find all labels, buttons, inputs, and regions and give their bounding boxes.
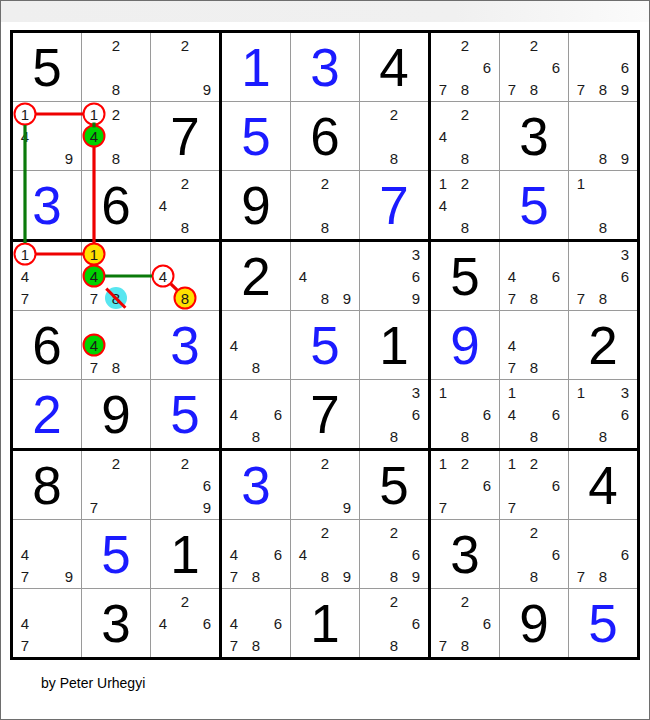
candidate-1 <box>501 521 523 543</box>
cell-r7c6[interactable]: 5 <box>360 451 428 519</box>
candidate-7: 7 <box>570 287 592 309</box>
candidate-9 <box>476 425 498 447</box>
candidate-3 <box>476 452 498 474</box>
candidate-1 <box>152 590 174 612</box>
candidate-grid: 2689 <box>361 521 427 587</box>
candidate-4 <box>83 474 105 496</box>
cell-r9c6[interactable]: 268 <box>360 589 428 657</box>
candidate-4: 4 <box>432 125 454 147</box>
candidate-6: 6 <box>614 403 636 425</box>
cell-r9c7[interactable]: 2678 <box>431 589 499 657</box>
cell-r5c3[interactable]: 3 <box>151 311 219 379</box>
candidate-6 <box>196 265 218 287</box>
cell-r8c5[interactable]: 2489 <box>291 520 359 588</box>
candidate-1: 1 <box>14 243 36 265</box>
candidate-8: 8 <box>523 356 545 378</box>
candidate-1 <box>223 381 245 403</box>
cell-r5c9[interactable]: 2 <box>569 311 637 379</box>
candidate-7: 7 <box>432 78 454 100</box>
cell-r9c4[interactable]: 4678 <box>222 589 290 657</box>
candidate-5 <box>383 612 405 634</box>
cell-r1c2[interactable]: 28 <box>82 33 150 101</box>
candidate-9 <box>267 425 289 447</box>
candidate-7: 7 <box>570 78 592 100</box>
candidate-2 <box>245 590 267 612</box>
candidate-grid: 368 <box>361 381 427 447</box>
cell-r9c1[interactable]: 47 <box>13 589 81 657</box>
candidate-5 <box>454 403 476 425</box>
candidate-1 <box>501 34 523 56</box>
candidate-grid: 2678 <box>501 34 567 100</box>
candidate-4 <box>361 612 383 634</box>
cell-r7c5[interactable]: 29 <box>291 451 359 519</box>
cell-r5c2[interactable]: 478 <box>82 311 150 379</box>
candidate-5 <box>245 612 267 634</box>
candidate-1 <box>361 103 383 125</box>
cell-r9c3[interactable]: 246 <box>151 589 219 657</box>
candidate-8: 8 <box>592 287 614 309</box>
candidate-8 <box>454 496 476 518</box>
candidate-2: 2 <box>314 521 336 543</box>
candidate-4 <box>501 543 523 565</box>
candidate-5 <box>383 403 405 425</box>
candidate-3: 3 <box>405 381 427 403</box>
digit-entered: 3 <box>151 311 219 379</box>
candidate-4 <box>292 194 314 216</box>
candidate-2 <box>523 312 545 334</box>
candidate-2: 2 <box>523 521 545 543</box>
candidate-9: 9 <box>405 287 427 309</box>
cell-r6c7[interactable]: 168 <box>431 380 499 448</box>
candidate-4 <box>570 56 592 78</box>
candidate-5 <box>383 265 405 287</box>
candidate-6: 6 <box>476 56 498 78</box>
candidate-9 <box>127 287 149 309</box>
candidate-1: 1 <box>83 243 105 265</box>
candidate-9 <box>196 216 218 238</box>
candidate-3 <box>614 103 636 125</box>
candidate-7 <box>292 496 314 518</box>
window-top-band <box>1 1 649 22</box>
candidate-9 <box>614 565 636 587</box>
digit-given: 9 <box>222 171 290 239</box>
candidate-2: 2 <box>314 452 336 474</box>
candidate-grid: 269 <box>152 452 218 518</box>
candidate-2 <box>523 243 545 265</box>
candidate-8: 8 <box>383 565 405 587</box>
candidate-2: 2 <box>383 103 405 125</box>
cell-r2c2[interactable]: 1248 <box>82 102 150 170</box>
candidate-4 <box>501 56 523 78</box>
candidate-3 <box>127 452 149 474</box>
candidate-grid: 1267 <box>432 452 498 518</box>
cell-r2c9[interactable]: 89 <box>569 102 637 170</box>
candidate-6 <box>336 543 358 565</box>
candidate-1 <box>570 243 592 265</box>
candidate-5 <box>174 474 196 496</box>
candidate-grid: 1368 <box>570 381 636 447</box>
candidate-2 <box>245 521 267 543</box>
candidate-2 <box>314 243 336 265</box>
candidate-8 <box>36 147 58 169</box>
candidate-3 <box>196 243 218 265</box>
candidate-grid: 47 <box>14 590 80 656</box>
cell-r5c1[interactable]: 6 <box>13 311 81 379</box>
digit-given: 4 <box>360 33 428 101</box>
cell-r7c1[interactable]: 8 <box>13 451 81 519</box>
candidate-2: 2 <box>454 590 476 612</box>
candidate-1: 1 <box>432 381 454 403</box>
candidate-3 <box>127 243 149 265</box>
digit-given: 9 <box>500 589 568 657</box>
candidate-8: 8 <box>105 287 127 309</box>
candidate-3 <box>614 172 636 194</box>
cell-r3c6[interactable]: 7 <box>360 171 428 239</box>
digit-given: 5 <box>13 33 81 101</box>
cell-r8c4[interactable]: 4678 <box>222 520 290 588</box>
candidate-1: 1 <box>501 381 523 403</box>
candidate-6 <box>127 125 149 147</box>
candidate-2: 2 <box>454 103 476 125</box>
candidate-6 <box>614 194 636 216</box>
cell-r7c3[interactable]: 269 <box>151 451 219 519</box>
candidate-5 <box>592 194 614 216</box>
candidate-grid: 29 <box>152 34 218 100</box>
candidate-2: 2 <box>174 172 196 194</box>
cell-r6c3[interactable]: 5 <box>151 380 219 448</box>
candidate-9 <box>127 356 149 378</box>
candidate-9 <box>127 147 149 169</box>
candidate-grid: 4678 <box>501 243 567 309</box>
cell-r9c5[interactable]: 1 <box>291 589 359 657</box>
cell-r9c9[interactable]: 5 <box>569 589 637 657</box>
cell-r2c7[interactable]: 248 <box>431 102 499 170</box>
candidate-6 <box>196 194 218 216</box>
candidate-4 <box>432 56 454 78</box>
candidate-2 <box>592 381 614 403</box>
candidate-grid: 1267 <box>501 452 567 518</box>
candidate-4: 4 <box>14 265 36 287</box>
candidate-1 <box>152 172 174 194</box>
cell-r9c2[interactable]: 3 <box>82 589 150 657</box>
candidate-1 <box>292 172 314 194</box>
candidate-8 <box>105 496 127 518</box>
candidate-grid: 1248 <box>83 103 149 169</box>
cell-r4c4[interactable]: 2 <box>222 242 290 310</box>
candidate-9: 9 <box>614 147 636 169</box>
cell-r5c7[interactable]: 9 <box>431 311 499 379</box>
candidate-grid: 147 <box>14 243 80 309</box>
candidate-9 <box>127 496 149 518</box>
cell-r4c9[interactable]: 3678 <box>569 242 637 310</box>
candidate-4 <box>361 403 383 425</box>
sudoku-grid: 5282913426782678678914912487562824838936… <box>10 30 640 660</box>
cell-r7c4[interactable]: 3 <box>222 451 290 519</box>
cell-r1c3[interactable]: 29 <box>151 33 219 101</box>
candidate-6 <box>58 543 80 565</box>
cell-r2c3[interactable]: 7 <box>151 102 219 170</box>
candidate-2 <box>592 172 614 194</box>
digit-given: 2 <box>569 311 637 379</box>
candidate-1 <box>361 590 383 612</box>
candidate-3 <box>336 243 358 265</box>
cell-r7c7[interactable]: 1267 <box>431 451 499 519</box>
candidate-7 <box>361 147 383 169</box>
cell-r1c5[interactable]: 3 <box>291 33 359 101</box>
candidate-5 <box>383 543 405 565</box>
cell-r2c6[interactable]: 28 <box>360 102 428 170</box>
cell-r2c8[interactable]: 3 <box>500 102 568 170</box>
cell-r5c4[interactable]: 48 <box>222 311 290 379</box>
candidate-1 <box>152 34 174 56</box>
candidate-4: 4 <box>223 403 245 425</box>
candidate-1 <box>14 521 36 543</box>
candidate-grid: 28 <box>361 103 427 169</box>
candidate-3 <box>267 381 289 403</box>
candidate-1 <box>432 103 454 125</box>
candidate-5 <box>245 403 267 425</box>
candidate-4 <box>570 265 592 287</box>
candidate-9: 9 <box>336 287 358 309</box>
candidate-9: 9 <box>196 78 218 100</box>
cell-r5c5[interactable]: 5 <box>291 311 359 379</box>
candidate-8: 8 <box>245 425 267 447</box>
candidate-9 <box>545 287 567 309</box>
digit-given: 5 <box>431 242 499 310</box>
candidate-6: 6 <box>196 474 218 496</box>
cell-r3c4[interactable]: 9 <box>222 171 290 239</box>
candidate-grid: 1468 <box>501 381 567 447</box>
cell-r8c2[interactable]: 5 <box>82 520 150 588</box>
candidate-9 <box>196 634 218 656</box>
digit-given: 9 <box>82 380 150 448</box>
candidate-grid: 6789 <box>570 34 636 100</box>
cell-r7c2[interactable]: 27 <box>82 451 150 519</box>
cell-r1c8[interactable]: 2678 <box>500 33 568 101</box>
cell-r2c5[interactable]: 6 <box>291 102 359 170</box>
candidate-2 <box>245 312 267 334</box>
cell-r8c6[interactable]: 2689 <box>360 520 428 588</box>
candidate-3 <box>476 103 498 125</box>
digit-given: 6 <box>291 102 359 170</box>
candidate-3 <box>545 452 567 474</box>
cell-r7c8[interactable]: 1267 <box>500 451 568 519</box>
candidate-3 <box>127 312 149 334</box>
cell-r8c8[interactable]: 268 <box>500 520 568 588</box>
cell-r4c2[interactable]: 1478 <box>82 242 150 310</box>
cell-r8c9[interactable]: 678 <box>569 520 637 588</box>
candidate-5 <box>454 612 476 634</box>
cell-r6c9[interactable]: 1368 <box>569 380 637 448</box>
cell-r3c3[interactable]: 248 <box>151 171 219 239</box>
cell-r5c8[interactable]: 478 <box>500 311 568 379</box>
candidate-3 <box>336 452 358 474</box>
candidate-2 <box>36 243 58 265</box>
cell-r4c3[interactable]: 48 <box>151 242 219 310</box>
cell-r9c8[interactable]: 9 <box>500 589 568 657</box>
candidate-3 <box>127 34 149 56</box>
candidate-6: 6 <box>545 543 567 565</box>
candidate-7 <box>432 147 454 169</box>
candidate-5 <box>523 474 545 496</box>
cell-r1c4[interactable]: 1 <box>222 33 290 101</box>
candidate-9 <box>405 634 427 656</box>
candidate-6 <box>476 125 498 147</box>
cell-r3c7[interactable]: 1248 <box>431 171 499 239</box>
digit-entered: 5 <box>222 102 290 170</box>
candidate-7 <box>152 496 174 518</box>
candidate-8 <box>383 287 405 309</box>
candidate-3 <box>476 172 498 194</box>
candidate-9: 9 <box>58 147 80 169</box>
candidate-7 <box>292 565 314 587</box>
candidate-3 <box>405 103 427 125</box>
cell-r8c1[interactable]: 479 <box>13 520 81 588</box>
digit-given: 1 <box>360 311 428 379</box>
candidate-5 <box>245 543 267 565</box>
candidate-4 <box>83 56 105 78</box>
cell-r3c1[interactable]: 3 <box>13 171 81 239</box>
candidate-6 <box>545 334 567 356</box>
candidate-2 <box>36 590 58 612</box>
candidate-4 <box>570 125 592 147</box>
candidate-8: 8 <box>245 565 267 587</box>
candidate-7: 7 <box>432 634 454 656</box>
cell-r6c5[interactable]: 7 <box>291 380 359 448</box>
candidate-9 <box>58 287 80 309</box>
candidate-1: 1 <box>570 381 592 403</box>
candidate-2 <box>245 381 267 403</box>
candidate-1 <box>292 243 314 265</box>
cell-r3c9[interactable]: 18 <box>569 171 637 239</box>
candidate-7 <box>570 216 592 238</box>
cell-r3c8[interactable]: 5 <box>500 171 568 239</box>
candidate-3 <box>545 521 567 543</box>
candidate-1: 1 <box>432 172 454 194</box>
cell-r1c9[interactable]: 6789 <box>569 33 637 101</box>
cell-r2c1[interactable]: 149 <box>13 102 81 170</box>
cell-r1c7[interactable]: 2678 <box>431 33 499 101</box>
candidate-1 <box>223 312 245 334</box>
candidate-8: 8 <box>383 425 405 447</box>
digit-given: 5 <box>360 451 428 519</box>
candidate-grid: 27 <box>83 452 149 518</box>
candidate-grid: 248 <box>152 172 218 238</box>
candidate-7: 7 <box>432 496 454 518</box>
candidate-7 <box>432 216 454 238</box>
candidate-4: 4 <box>14 612 36 634</box>
cell-r4c6[interactable]: 369 <box>360 242 428 310</box>
candidate-8: 8 <box>523 565 545 587</box>
cell-r6c6[interactable]: 368 <box>360 380 428 448</box>
candidate-8: 8 <box>454 634 476 656</box>
digit-entered: 5 <box>151 380 219 448</box>
cell-r7c9[interactable]: 4 <box>569 451 637 519</box>
candidate-7: 7 <box>83 356 105 378</box>
candidate-6: 6 <box>476 474 498 496</box>
candidate-grid: 29 <box>292 452 358 518</box>
candidate-4: 4 <box>223 334 245 356</box>
candidate-6: 6 <box>545 403 567 425</box>
candidate-grid: 28 <box>83 34 149 100</box>
candidate-grid: 149 <box>14 103 80 169</box>
cell-r1c1[interactable]: 5 <box>13 33 81 101</box>
candidate-2: 2 <box>383 521 405 543</box>
candidate-4 <box>361 543 383 565</box>
candidate-3 <box>614 521 636 543</box>
cell-r5c6[interactable]: 1 <box>360 311 428 379</box>
cell-r6c8[interactable]: 1468 <box>500 380 568 448</box>
candidate-7: 7 <box>14 565 36 587</box>
cell-r6c1[interactable]: 2 <box>13 380 81 448</box>
candidate-3 <box>476 381 498 403</box>
candidate-1: 1 <box>14 103 36 125</box>
candidate-grid: 18 <box>570 172 636 238</box>
candidate-8: 8 <box>523 287 545 309</box>
candidate-4 <box>361 265 383 287</box>
candidate-5 <box>592 125 614 147</box>
candidate-1 <box>432 590 454 612</box>
digit-entered: 5 <box>291 311 359 379</box>
cell-r8c7[interactable]: 3 <box>431 520 499 588</box>
candidate-2 <box>105 243 127 265</box>
cell-r2c4[interactable]: 5 <box>222 102 290 170</box>
digit-given: 2 <box>222 242 290 310</box>
candidate-grid: 1478 <box>83 243 149 309</box>
cell-r3c2[interactable]: 6 <box>82 171 150 239</box>
candidate-5 <box>523 334 545 356</box>
candidate-2: 2 <box>105 103 127 125</box>
digit-entered: 3 <box>13 171 81 239</box>
candidate-4: 4 <box>83 125 105 147</box>
candidate-8: 8 <box>592 78 614 100</box>
candidate-8: 8 <box>245 634 267 656</box>
candidate-1 <box>361 243 383 265</box>
candidate-3: 3 <box>614 381 636 403</box>
digit-given: 3 <box>431 520 499 588</box>
candidate-grid: 478 <box>501 312 567 378</box>
cell-r6c4[interactable]: 468 <box>222 380 290 448</box>
candidate-2 <box>592 521 614 543</box>
cell-r8c3[interactable]: 1 <box>151 520 219 588</box>
candidate-4: 4 <box>223 543 245 565</box>
candidate-5 <box>523 56 545 78</box>
cell-r4c5[interactable]: 489 <box>291 242 359 310</box>
candidate-3 <box>58 521 80 543</box>
candidate-grid: 1248 <box>432 172 498 238</box>
cell-r4c8[interactable]: 4678 <box>500 242 568 310</box>
candidate-3 <box>545 243 567 265</box>
candidate-9 <box>267 565 289 587</box>
cell-r4c7[interactable]: 5 <box>431 242 499 310</box>
candidate-3 <box>267 312 289 334</box>
candidate-7 <box>83 147 105 169</box>
cell-r1c6[interactable]: 4 <box>360 33 428 101</box>
candidate-8: 8 <box>454 78 476 100</box>
candidate-2: 2 <box>454 452 476 474</box>
candidate-9 <box>476 147 498 169</box>
candidate-9 <box>58 634 80 656</box>
cell-r3c5[interactable]: 28 <box>291 171 359 239</box>
candidate-7 <box>152 78 174 100</box>
candidate-8: 8 <box>592 216 614 238</box>
cell-r4c1[interactable]: 147 <box>13 242 81 310</box>
candidate-grid: 268 <box>501 521 567 587</box>
cell-r6c2[interactable]: 9 <box>82 380 150 448</box>
candidate-3 <box>58 590 80 612</box>
candidate-2: 2 <box>174 34 196 56</box>
candidate-3 <box>405 590 427 612</box>
